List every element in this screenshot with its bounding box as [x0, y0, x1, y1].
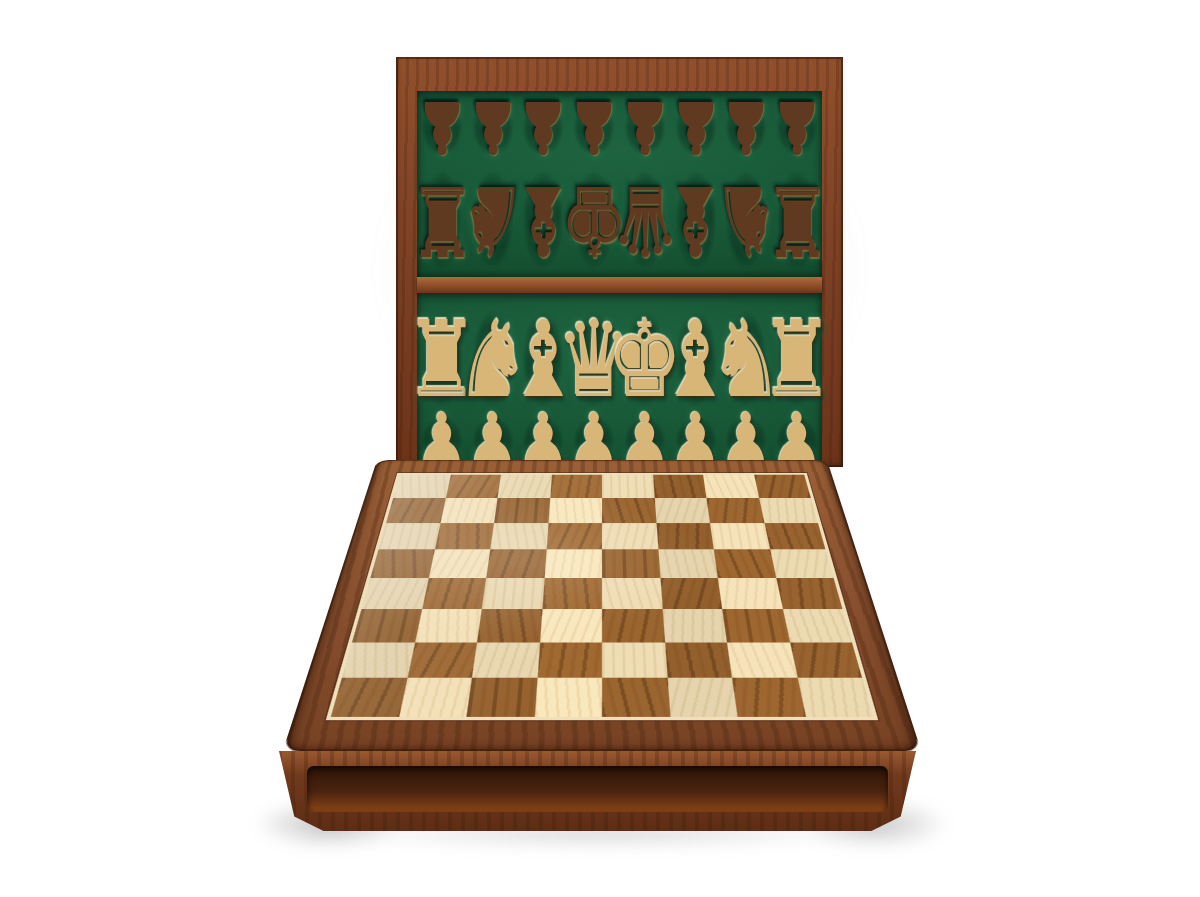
board-square	[434, 523, 494, 550]
board-square	[602, 523, 658, 550]
board-square	[490, 523, 548, 550]
board-square	[342, 642, 415, 678]
board-square	[422, 578, 486, 609]
board-square	[415, 609, 482, 642]
board-square	[466, 678, 537, 717]
board-square	[494, 498, 550, 523]
board-square	[602, 609, 664, 642]
board-square	[789, 642, 862, 678]
board-square	[658, 550, 718, 579]
felt-recess: ♟	[470, 97, 516, 157]
light-piece-tray: ♜♞♝♛♚♝♞♜♟♟♟♟♟♟♟♟	[417, 293, 822, 467]
dark-pawn-icon: ♟	[771, 90, 823, 163]
dark-rook-icon: ♜	[763, 172, 831, 268]
felt-recess: ♟	[419, 97, 465, 157]
chessboard-box-top-face	[283, 460, 922, 752]
board-square	[770, 550, 834, 579]
board-square	[602, 475, 654, 498]
chessboard-box-front-face	[279, 751, 916, 831]
felt-recess: ♜	[774, 309, 820, 409]
dark-pawn-icon: ♟	[619, 90, 671, 163]
chessboard-playing-area	[326, 473, 879, 720]
board-square	[544, 550, 602, 579]
product-photo-chess-set-scene: { "game": "chess", "scene": "Wooden ches…	[0, 0, 1200, 897]
drawer-slot-opening	[307, 766, 888, 812]
board-square	[722, 609, 789, 642]
dark-pawn-icon: ♟	[467, 90, 519, 163]
board-square	[472, 642, 540, 678]
board-square	[602, 498, 656, 523]
dark-pawn-icon: ♟	[670, 90, 722, 163]
board-square	[362, 578, 429, 609]
board-square	[378, 523, 440, 550]
dark-piece-tray: ♟♟♟♟♟♟♟♟♜♞♝♚♛♝♞♜	[417, 91, 822, 277]
board-square	[732, 678, 805, 717]
board-square	[440, 498, 498, 523]
board-square	[542, 578, 602, 609]
board-square	[776, 578, 843, 609]
board-square	[664, 642, 732, 678]
dark-pawns-row: ♟♟♟♟♟♟♟♟	[417, 97, 822, 157]
board-square	[407, 642, 477, 678]
felt-recess: ♜	[774, 169, 820, 271]
board-square	[710, 523, 770, 550]
board-square	[727, 642, 797, 678]
board-square	[534, 678, 602, 717]
board-square	[759, 498, 818, 523]
board-square	[546, 523, 602, 550]
dark-pawn-icon: ♟	[416, 90, 468, 163]
dark-majors-row: ♜♞♝♚♛♝♞♜	[417, 169, 822, 271]
dark-pawn-icon: ♟	[517, 90, 569, 163]
board-square	[706, 498, 764, 523]
board-square	[660, 578, 722, 609]
board-square	[602, 678, 670, 717]
board-square	[782, 609, 852, 642]
board-square	[486, 550, 546, 579]
light-majors-row: ♜♞♝♛♚♝♞♜	[417, 309, 822, 409]
board-square	[662, 609, 727, 642]
board-square	[548, 498, 602, 523]
felt-recess: ♟	[774, 97, 820, 157]
felt-recess: ♟	[723, 97, 769, 157]
board-square	[656, 523, 714, 550]
board-square	[370, 550, 434, 579]
board-square	[482, 578, 544, 609]
felt-recess: ♟	[571, 97, 617, 157]
board-square	[602, 578, 662, 609]
board-square	[445, 475, 501, 498]
dark-pawn-icon: ♟	[720, 90, 772, 163]
felt-recess: ♟	[673, 97, 719, 157]
board-square	[703, 475, 759, 498]
board-square	[754, 475, 811, 498]
case-interior: ♟♟♟♟♟♟♟♟♜♞♝♚♛♝♞♜ ♜♞♝♛♚♝♞♜♟♟♟♟♟♟♟♟	[417, 91, 822, 467]
dark-pawn-icon: ♟	[568, 90, 620, 163]
board-square	[477, 609, 542, 642]
chess-storage-case: ♟♟♟♟♟♟♟♟♜♞♝♚♛♝♞♜ ♜♞♝♛♚♝♞♜♟♟♟♟♟♟♟♟	[396, 57, 843, 467]
board-square	[764, 523, 826, 550]
board-square	[550, 475, 602, 498]
board-square	[540, 609, 602, 642]
board-square	[428, 550, 490, 579]
tray-divider-rail	[417, 277, 822, 293]
board-square	[797, 678, 873, 717]
board-square	[537, 642, 602, 678]
board-square	[393, 475, 450, 498]
board-square	[352, 609, 422, 642]
felt-recess: ♟	[520, 97, 566, 157]
felt-recess: ♟	[622, 97, 668, 157]
board-square	[602, 642, 667, 678]
board-square	[667, 678, 738, 717]
board-square	[602, 550, 660, 579]
board-square	[653, 475, 707, 498]
board-square	[498, 475, 552, 498]
chessboard-grid	[331, 475, 873, 717]
board-square	[714, 550, 776, 579]
board-square	[331, 678, 407, 717]
board-square	[654, 498, 710, 523]
board-square	[718, 578, 782, 609]
board-square	[399, 678, 472, 717]
board-square	[386, 498, 445, 523]
